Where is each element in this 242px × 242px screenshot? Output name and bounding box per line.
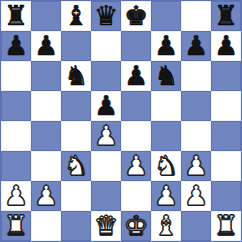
square-e3[interactable]: ♟ xyxy=(121,151,151,181)
square-g1[interactable] xyxy=(181,211,211,241)
square-g7[interactable]: ♟ xyxy=(181,31,211,61)
square-e7[interactable] xyxy=(121,31,151,61)
square-c1[interactable] xyxy=(61,211,91,241)
piece-white-bishop[interactable]: ♝ xyxy=(154,212,178,239)
square-h8[interactable]: ♜ xyxy=(211,1,241,31)
square-d2[interactable] xyxy=(91,181,121,211)
square-c8[interactable]: ♝ xyxy=(61,1,91,31)
square-b2[interactable]: ♟ xyxy=(31,181,61,211)
square-h1[interactable]: ♜ xyxy=(211,211,241,241)
square-h7[interactable]: ♟ xyxy=(211,31,241,61)
piece-white-pawn[interactable]: ♟ xyxy=(184,182,208,209)
piece-black-king[interactable]: ♚ xyxy=(124,2,148,29)
square-g4[interactable] xyxy=(181,121,211,151)
square-a2[interactable]: ♟ xyxy=(1,181,31,211)
square-e1[interactable]: ♚ xyxy=(121,211,151,241)
chess-board: ♜♝♛♚♜♟♟♟♟♟♞♟♞♟♟♞♟♞♟♟♟♟♟♜♛♚♝♜ xyxy=(0,0,242,242)
piece-white-pawn[interactable]: ♟ xyxy=(184,152,208,179)
square-c7[interactable] xyxy=(61,31,91,61)
piece-white-rook[interactable]: ♜ xyxy=(4,212,28,239)
piece-black-queen[interactable]: ♛ xyxy=(94,2,118,29)
square-a7[interactable]: ♟ xyxy=(1,31,31,61)
square-e4[interactable] xyxy=(121,121,151,151)
piece-white-pawn[interactable]: ♟ xyxy=(34,182,58,209)
square-e8[interactable]: ♚ xyxy=(121,1,151,31)
square-g2[interactable]: ♟ xyxy=(181,181,211,211)
square-d1[interactable]: ♛ xyxy=(91,211,121,241)
square-g6[interactable] xyxy=(181,61,211,91)
square-f5[interactable] xyxy=(151,91,181,121)
square-b5[interactable] xyxy=(31,91,61,121)
piece-black-pawn[interactable]: ♟ xyxy=(4,32,28,59)
square-h3[interactable] xyxy=(211,151,241,181)
square-b6[interactable] xyxy=(31,61,61,91)
piece-white-queen[interactable]: ♛ xyxy=(94,212,118,239)
square-d3[interactable] xyxy=(91,151,121,181)
piece-black-pawn[interactable]: ♟ xyxy=(94,92,118,119)
square-e5[interactable] xyxy=(121,91,151,121)
piece-black-knight[interactable]: ♞ xyxy=(64,62,88,89)
piece-white-pawn[interactable]: ♟ xyxy=(154,182,178,209)
piece-black-knight[interactable]: ♞ xyxy=(154,62,178,89)
square-c4[interactable] xyxy=(61,121,91,151)
square-b3[interactable] xyxy=(31,151,61,181)
square-b8[interactable] xyxy=(31,1,61,31)
square-f2[interactable]: ♟ xyxy=(151,181,181,211)
square-f7[interactable]: ♟ xyxy=(151,31,181,61)
square-g5[interactable] xyxy=(181,91,211,121)
piece-white-pawn[interactable]: ♟ xyxy=(94,122,118,149)
piece-black-pawn[interactable]: ♟ xyxy=(184,32,208,59)
square-g3[interactable]: ♟ xyxy=(181,151,211,181)
square-h2[interactable] xyxy=(211,181,241,211)
square-f1[interactable]: ♝ xyxy=(151,211,181,241)
square-f4[interactable] xyxy=(151,121,181,151)
piece-white-king[interactable]: ♚ xyxy=(124,212,148,239)
square-b1[interactable] xyxy=(31,211,61,241)
square-f8[interactable] xyxy=(151,1,181,31)
piece-black-pawn[interactable]: ♟ xyxy=(214,32,238,59)
piece-black-pawn[interactable]: ♟ xyxy=(34,32,58,59)
piece-black-pawn[interactable]: ♟ xyxy=(154,32,178,59)
square-f3[interactable]: ♞ xyxy=(151,151,181,181)
piece-black-rook[interactable]: ♜ xyxy=(4,2,28,29)
square-e6[interactable]: ♟ xyxy=(121,61,151,91)
square-b4[interactable] xyxy=(31,121,61,151)
square-a6[interactable] xyxy=(1,61,31,91)
square-c5[interactable] xyxy=(61,91,91,121)
square-h5[interactable] xyxy=(211,91,241,121)
piece-white-pawn[interactable]: ♟ xyxy=(4,182,28,209)
square-b7[interactable]: ♟ xyxy=(31,31,61,61)
square-a4[interactable] xyxy=(1,121,31,151)
piece-black-pawn[interactable]: ♟ xyxy=(124,62,148,89)
square-c6[interactable]: ♞ xyxy=(61,61,91,91)
square-d5[interactable]: ♟ xyxy=(91,91,121,121)
piece-white-knight[interactable]: ♞ xyxy=(154,152,178,179)
square-d7[interactable] xyxy=(91,31,121,61)
square-d8[interactable]: ♛ xyxy=(91,1,121,31)
piece-black-rook[interactable]: ♜ xyxy=(214,2,238,29)
square-e2[interactable] xyxy=(121,181,151,211)
square-c2[interactable] xyxy=(61,181,91,211)
square-d4[interactable]: ♟ xyxy=(91,121,121,151)
square-c3[interactable]: ♞ xyxy=(61,151,91,181)
piece-white-pawn[interactable]: ♟ xyxy=(124,152,148,179)
square-a8[interactable]: ♜ xyxy=(1,1,31,31)
piece-white-knight[interactable]: ♞ xyxy=(64,152,88,179)
square-f6[interactable]: ♞ xyxy=(151,61,181,91)
square-g8[interactable] xyxy=(181,1,211,31)
square-h6[interactable] xyxy=(211,61,241,91)
square-a3[interactable] xyxy=(1,151,31,181)
square-a5[interactable] xyxy=(1,91,31,121)
square-d6[interactable] xyxy=(91,61,121,91)
piece-white-rook[interactable]: ♜ xyxy=(214,212,238,239)
square-h4[interactable] xyxy=(211,121,241,151)
square-a1[interactable]: ♜ xyxy=(1,211,31,241)
piece-black-bishop[interactable]: ♝ xyxy=(64,2,88,29)
